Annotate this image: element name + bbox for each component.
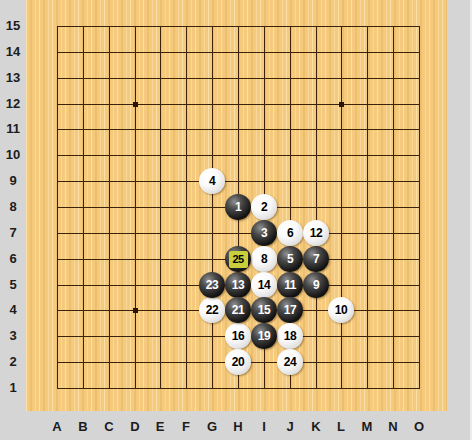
stone-white-16-H3[interactable]: 16 [225,323,251,349]
move-number: 15 [258,304,270,316]
star-point-D4 [133,308,138,313]
row-label-11: 11 [0,121,26,137]
move-number: 11 [284,279,296,291]
move-number: 21 [232,304,244,316]
col-label-H: H [225,419,251,435]
stone-black-1-H8[interactable]: 1 [225,194,251,220]
move-number: 17 [284,304,296,316]
move-number: 1 [235,201,241,213]
col-label-L: L [328,419,354,435]
stone-white-14-I5[interactable]: 14 [251,272,277,298]
stone-black-15-I4[interactable]: 15 [251,297,277,323]
col-label-A: A [44,419,70,435]
move-number: 19 [258,330,270,342]
stone-black-25-H6[interactable]: 25 [225,246,251,272]
move-number: 14 [258,279,270,291]
row-label-9: 9 [0,173,26,189]
stone-black-19-I3[interactable]: 19 [251,323,277,349]
stone-white-6-J7[interactable]: 6 [277,220,303,246]
stone-black-3-I7[interactable]: 3 [251,220,277,246]
col-label-O: O [406,419,432,435]
stone-white-2-I8[interactable]: 2 [251,194,277,220]
star-point-L12 [339,102,344,107]
stone-black-13-H5[interactable]: 13 [225,272,251,298]
grid-line-col-N [393,26,394,389]
row-label-15: 15 [0,18,26,34]
grid-line-col-K [316,26,317,389]
move-number: 6 [287,227,293,239]
go-board[interactable]: 1234567891011121314151617181920212223242… [26,0,447,411]
col-label-N: N [380,419,406,435]
move-number: 10 [335,304,347,316]
stone-black-5-J6[interactable]: 5 [277,246,303,272]
grid-line-row-7 [57,233,420,234]
grid-line-col-L [341,26,342,389]
row-label-2: 2 [0,354,26,370]
move-number: 2 [261,201,267,213]
col-label-F: F [173,419,199,435]
move-number: 22 [206,304,218,316]
stone-white-24-J2[interactable]: 24 [277,349,303,375]
row-label-5: 5 [0,277,26,293]
go-board-window: 1234567891011121314151617181920212223242… [0,0,472,440]
col-label-J: J [277,419,303,435]
grid-line-col-O [419,26,420,389]
col-label-C: C [96,419,122,435]
stone-white-12-K7[interactable]: 12 [303,220,329,246]
stone-white-4-G9[interactable]: 4 [199,168,225,194]
row-label-10: 10 [0,147,26,163]
move-number: 12 [310,227,322,239]
row-label-1: 1 [0,380,26,396]
stone-black-11-J5[interactable]: 11 [277,272,303,298]
row-label-12: 12 [0,96,26,112]
stone-white-10-L4[interactable]: 10 [328,297,354,323]
row-label-7: 7 [0,225,26,241]
move-number: 18 [284,330,296,342]
stone-black-23-G5[interactable]: 23 [199,272,225,298]
move-number: 13 [232,279,244,291]
stone-white-20-H2[interactable]: 20 [225,349,251,375]
row-label-6: 6 [0,251,26,267]
row-label-14: 14 [0,44,26,60]
stone-black-17-J4[interactable]: 17 [277,297,303,323]
move-number: 5 [287,253,293,265]
grid-line-col-M [367,26,368,389]
col-label-G: G [199,419,225,435]
stone-white-18-J3[interactable]: 18 [277,323,303,349]
move-number: 9 [313,279,319,291]
col-label-I: I [251,419,277,435]
last-move-highlight: 25 [229,251,248,268]
stone-white-8-I6[interactable]: 8 [251,246,277,272]
stone-black-7-K6[interactable]: 7 [303,246,329,272]
move-number: 16 [232,330,244,342]
col-label-K: K [303,419,329,435]
move-number: 20 [232,356,244,368]
move-number: 24 [284,356,296,368]
move-number: 25 [232,254,243,265]
move-number: 3 [261,227,267,239]
stone-black-9-K5[interactable]: 9 [303,272,329,298]
stone-black-21-H4[interactable]: 21 [225,297,251,323]
row-label-8: 8 [0,199,26,215]
move-number: 7 [313,253,319,265]
star-point-D12 [133,102,138,107]
col-label-D: D [122,419,148,435]
grid-line-row-1 [57,388,420,389]
row-label-3: 3 [0,328,26,344]
row-label-4: 4 [0,302,26,318]
move-number: 23 [206,279,218,291]
move-number: 8 [261,253,267,265]
col-label-E: E [147,419,173,435]
row-label-13: 13 [0,70,26,86]
col-label-M: M [354,419,380,435]
move-number: 4 [209,175,215,187]
stone-white-22-G4[interactable]: 22 [199,297,225,323]
col-label-B: B [70,419,96,435]
